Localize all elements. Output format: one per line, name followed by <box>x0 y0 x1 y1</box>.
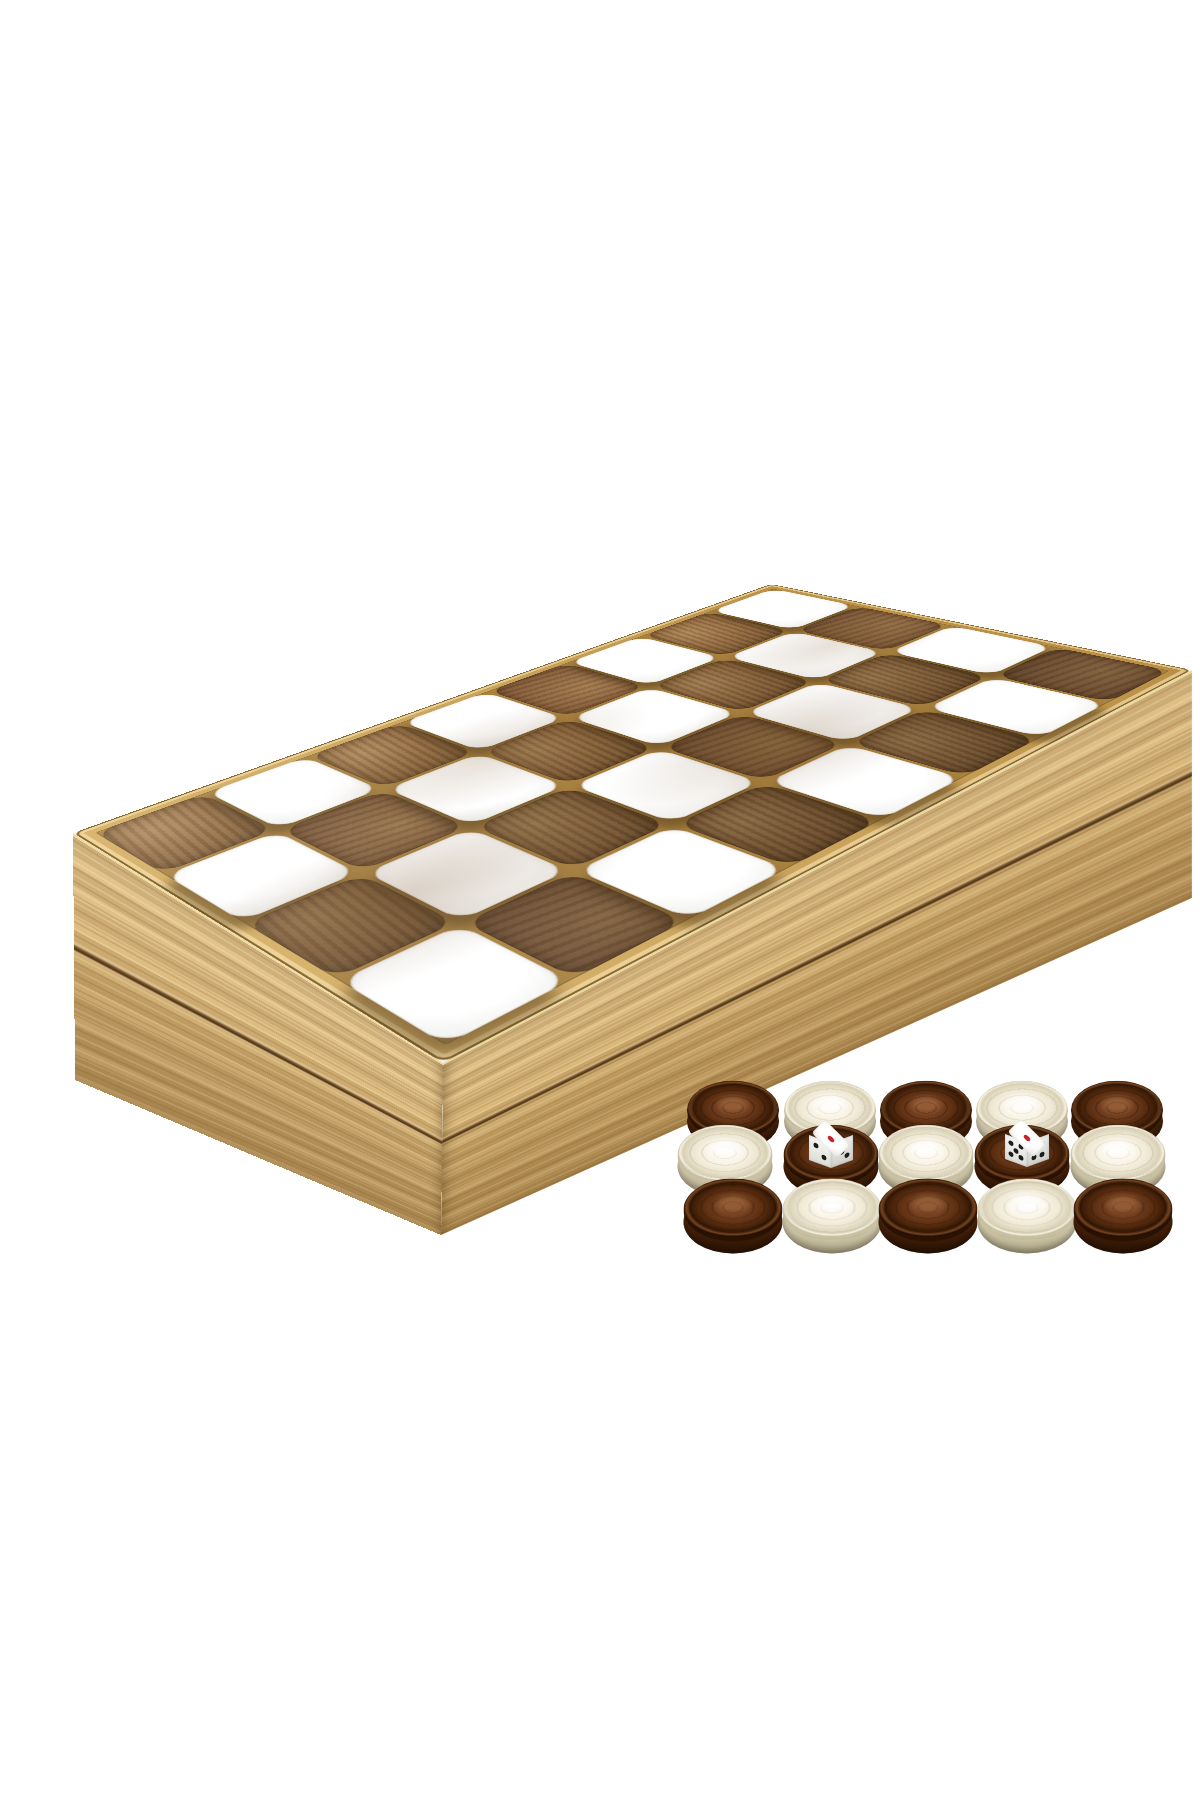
die-pip-red <box>827 1135 836 1144</box>
checker-top <box>684 1178 783 1241</box>
product-photo <box>0 0 1200 1800</box>
checker-brown <box>684 1178 783 1253</box>
checker-top <box>783 1178 882 1241</box>
checker-brown <box>1074 1178 1173 1253</box>
die-pip-red <box>1023 1134 1032 1143</box>
checker-top <box>879 1178 978 1241</box>
die-pip <box>1009 1151 1014 1158</box>
die-pip <box>1040 1150 1045 1157</box>
checker-top <box>678 1125 773 1186</box>
checker-top <box>879 1125 974 1186</box>
die-2 <box>1004 1123 1050 1167</box>
checker-ivory <box>978 1178 1077 1253</box>
die-pip <box>1018 1154 1023 1161</box>
checker-top <box>978 1178 1077 1241</box>
die-pip <box>1009 1140 1014 1147</box>
checker-top <box>1071 1125 1166 1186</box>
die-1 <box>808 1124 854 1168</box>
die-pip <box>1014 1147 1019 1154</box>
checker-top <box>1074 1178 1173 1241</box>
checker-ivory <box>783 1178 882 1253</box>
die-pip <box>845 1152 850 1159</box>
die-pip <box>813 1142 818 1149</box>
die-pip <box>822 1154 827 1161</box>
checker-brown <box>879 1178 978 1253</box>
